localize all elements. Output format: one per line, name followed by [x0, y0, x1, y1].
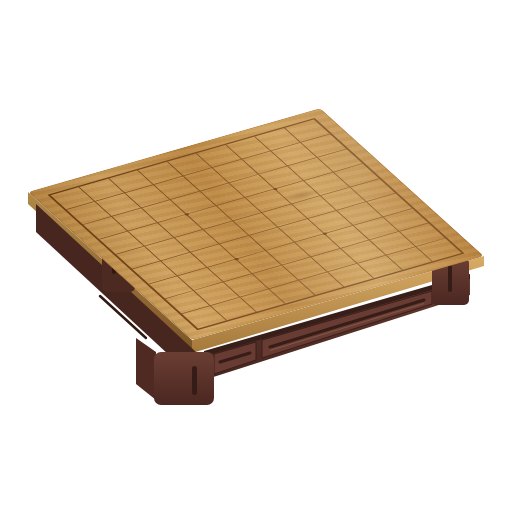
pieces-layer	[0, 0, 511, 511]
shogi-table-photo	[0, 0, 511, 511]
